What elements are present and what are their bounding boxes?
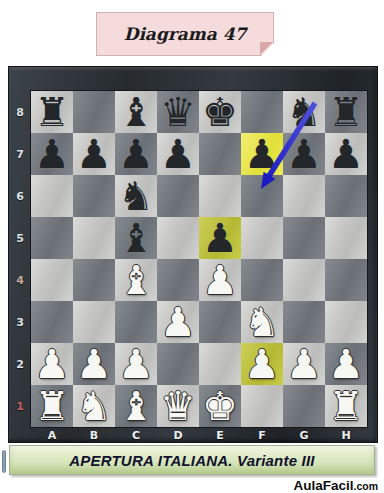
square-e6 [199,175,241,217]
square-h6 [325,175,367,217]
white-pawn: ♟ [328,343,364,385]
black-pawn: ♟ [34,133,70,175]
square-f4 [241,259,283,301]
square-c6: ♞ [115,175,157,217]
black-pawn: ♟ [160,133,196,175]
white-pawn: ♟ [118,343,154,385]
file-label-a: A [31,427,73,443]
caption-text: APERTURA ITALIANA. Variante III [69,452,314,469]
square-g4 [283,259,325,301]
diagram-title: Diagrama 47 [124,24,247,44]
black-pawn: ♟ [328,133,364,175]
file-label-f: F [241,427,283,443]
square-d7: ♟ [157,133,199,175]
square-f3: ♞ [241,301,283,343]
square-d8: ♛ [157,91,199,133]
black-pawn: ♟ [76,133,112,175]
square-d2 [157,343,199,385]
square-c3 [115,301,157,343]
white-pawn: ♟ [286,343,322,385]
square-e7 [199,133,241,175]
square-f6 [241,175,283,217]
square-c8: ♝ [115,91,157,133]
chess-board: 87654321 ♜♝♛♚♞♜♟♟♟♟♟♟♟♞♝♟♝♟♟♞♟♟♟♟♟♟♜♞♝♛♚… [8,66,378,443]
white-queen: ♛ [160,385,196,427]
black-bishop: ♝ [118,217,154,259]
diagram-note: Diagrama 47 [96,12,274,56]
square-f7: ♟ [241,133,283,175]
file-label-h: H [325,427,367,443]
rank-label-7: 7 [9,133,31,175]
square-g1 [283,385,325,427]
square-f1 [241,385,283,427]
square-a2: ♟ [31,343,73,385]
square-b7: ♟ [73,133,115,175]
black-rook: ♜ [34,91,70,133]
square-d1: ♛ [157,385,199,427]
white-king: ♚ [202,385,238,427]
white-pawn: ♟ [34,343,70,385]
file-label-g: G [283,427,325,443]
square-h5 [325,217,367,259]
white-bishop: ♝ [118,385,154,427]
black-queen: ♛ [160,91,196,133]
square-e4: ♟ [199,259,241,301]
note-fold-icon [260,42,273,55]
page: Diagrama 47 87654321 ♜♝♛♚♞♜♟♟♟♟♟♟♟♞♝♟♝♟♟… [0,0,384,493]
square-g6 [283,175,325,217]
board-squares: ♜♝♛♚♞♜♟♟♟♟♟♟♟♞♝♟♝♟♟♞♟♟♟♟♟♟♜♞♝♛♚♜ [31,91,367,427]
square-b6 [73,175,115,217]
square-c5: ♝ [115,217,157,259]
square-d5 [157,217,199,259]
file-label-d: D [157,427,199,443]
square-a1: ♜ [31,385,73,427]
rank-label-8: 8 [9,91,31,133]
square-a5 [31,217,73,259]
square-h7: ♟ [325,133,367,175]
site-branding[interactable]: AulaFacil.com [293,476,378,493]
rank-label-2: 2 [9,343,31,385]
square-b5 [73,217,115,259]
square-h8: ♜ [325,91,367,133]
square-h3 [325,301,367,343]
square-h4 [325,259,367,301]
square-h2: ♟ [325,343,367,385]
black-pawn: ♟ [244,133,280,175]
file-label-c: C [115,427,157,443]
black-bishop: ♝ [118,91,154,133]
square-d3: ♟ [157,301,199,343]
square-a8: ♜ [31,91,73,133]
square-a3 [31,301,73,343]
file-label-e: E [199,427,241,443]
square-b1: ♞ [73,385,115,427]
square-f8 [241,91,283,133]
square-h1: ♜ [325,385,367,427]
white-knight: ♞ [76,385,112,427]
white-rook: ♜ [328,385,364,427]
rank-label-4: 4 [9,259,31,301]
white-pawn: ♟ [76,343,112,385]
square-b3 [73,301,115,343]
square-e1: ♚ [199,385,241,427]
rank-labels: 87654321 [9,91,31,427]
square-c7: ♟ [115,133,157,175]
black-pawn: ♟ [118,133,154,175]
white-bishop: ♝ [118,259,154,301]
square-g8: ♞ [283,91,325,133]
square-g5 [283,217,325,259]
rank-label-6: 6 [9,175,31,217]
square-e5: ♟ [199,217,241,259]
square-f5 [241,217,283,259]
square-b8 [73,91,115,133]
black-knight: ♞ [118,175,154,217]
white-pawn: ♟ [244,343,280,385]
file-labels: ABCDEFGH [31,427,367,443]
square-g3 [283,301,325,343]
square-d4 [157,259,199,301]
caption-banner: APERTURA ITALIANA. Variante III [9,445,375,475]
black-king: ♚ [202,91,238,133]
rank-label-3: 3 [9,301,31,343]
square-a6 [31,175,73,217]
square-f2: ♟ [241,343,283,385]
white-pawn: ♟ [160,301,196,343]
rank-label-1: 1 [9,385,31,427]
white-knight: ♞ [244,301,280,343]
square-c4: ♝ [115,259,157,301]
brand-name[interactable]: AulaFacil [293,478,353,493]
black-pawn: ♟ [286,133,322,175]
square-e8: ♚ [199,91,241,133]
square-c2: ♟ [115,343,157,385]
white-rook: ♜ [34,385,70,427]
square-d6 [157,175,199,217]
brand-tld[interactable]: .com [353,480,378,492]
black-knight: ♞ [286,91,322,133]
square-g7: ♟ [283,133,325,175]
square-c1: ♝ [115,385,157,427]
square-b2: ♟ [73,343,115,385]
rank-label-5: 5 [9,217,31,259]
square-e2 [199,343,241,385]
white-pawn: ♟ [202,259,238,301]
file-label-b: B [73,427,115,443]
square-a4 [31,259,73,301]
square-e3 [199,301,241,343]
square-a7: ♟ [31,133,73,175]
black-pawn: ♟ [202,217,238,259]
caret-artifact [2,450,6,473]
black-rook: ♜ [328,91,364,133]
square-g2: ♟ [283,343,325,385]
square-b4 [73,259,115,301]
